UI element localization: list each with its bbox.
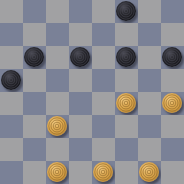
- black-checker-man[interactable]: [70, 47, 90, 67]
- square-1[interactable]: [23, 0, 46, 23]
- square-28[interactable]: [161, 138, 184, 161]
- square-22[interactable]: [46, 115, 69, 138]
- square-r6c4: [92, 138, 115, 161]
- square-18[interactable]: [69, 92, 92, 115]
- square-r6c6: [138, 138, 161, 161]
- square-r1c1: [23, 23, 46, 46]
- checker-rings-icon: [70, 47, 90, 67]
- square-r1c3: [69, 23, 92, 46]
- square-8[interactable]: [138, 23, 161, 46]
- square-4[interactable]: [161, 0, 184, 23]
- checker-rings-icon: [47, 162, 67, 182]
- square-r7c5: [115, 161, 138, 184]
- square-11[interactable]: [115, 46, 138, 69]
- black-checker-man[interactable]: [116, 47, 136, 67]
- square-17[interactable]: [23, 92, 46, 115]
- square-r3c1: [23, 69, 46, 92]
- square-r7c1: [23, 161, 46, 184]
- square-r2c4: [92, 46, 115, 69]
- square-r5c7: [161, 115, 184, 138]
- square-r7c7: [161, 161, 184, 184]
- square-21[interactable]: [0, 115, 23, 138]
- square-14[interactable]: [46, 69, 69, 92]
- square-13[interactable]: [0, 69, 23, 92]
- white-checker-man[interactable]: [162, 93, 182, 113]
- square-24[interactable]: [138, 115, 161, 138]
- square-27[interactable]: [115, 138, 138, 161]
- black-checker-man[interactable]: [116, 1, 136, 21]
- square-7[interactable]: [92, 23, 115, 46]
- checker-rings-icon: [116, 1, 136, 21]
- checker-rings-icon: [24, 47, 44, 67]
- white-checker-man[interactable]: [116, 93, 136, 113]
- white-checker-man[interactable]: [47, 162, 67, 182]
- square-6[interactable]: [46, 23, 69, 46]
- square-r5c3: [69, 115, 92, 138]
- square-r2c0: [0, 46, 23, 69]
- square-20[interactable]: [161, 92, 184, 115]
- checker-rings-icon: [162, 93, 182, 113]
- square-r4c4: [92, 92, 115, 115]
- black-checker-man[interactable]: [162, 47, 182, 67]
- checker-rings-icon: [1, 70, 21, 90]
- square-r5c1: [23, 115, 46, 138]
- black-checker-man[interactable]: [1, 70, 21, 90]
- square-5[interactable]: [0, 23, 23, 46]
- square-15[interactable]: [92, 69, 115, 92]
- square-26[interactable]: [69, 138, 92, 161]
- square-r2c2: [46, 46, 69, 69]
- square-10[interactable]: [69, 46, 92, 69]
- checker-rings-icon: [139, 162, 159, 182]
- square-r6c2: [46, 138, 69, 161]
- square-19[interactable]: [115, 92, 138, 115]
- checker-rings-icon: [162, 47, 182, 67]
- checkers-app: [0, 0, 184, 184]
- square-16[interactable]: [138, 69, 161, 92]
- square-r4c6: [138, 92, 161, 115]
- square-30[interactable]: [46, 161, 69, 184]
- square-r0c6: [138, 0, 161, 23]
- square-25[interactable]: [23, 138, 46, 161]
- square-r6c0: [0, 138, 23, 161]
- square-r4c2: [46, 92, 69, 115]
- square-32[interactable]: [138, 161, 161, 184]
- square-r3c7: [161, 69, 184, 92]
- square-r0c2: [46, 0, 69, 23]
- square-31[interactable]: [92, 161, 115, 184]
- square-r7c3: [69, 161, 92, 184]
- square-r4c0: [0, 92, 23, 115]
- square-29[interactable]: [0, 161, 23, 184]
- black-checker-man[interactable]: [24, 47, 44, 67]
- checker-rings-icon: [47, 116, 67, 136]
- square-r2c6: [138, 46, 161, 69]
- checkers-board: [0, 0, 184, 184]
- square-2[interactable]: [69, 0, 92, 23]
- square-3[interactable]: [115, 0, 138, 23]
- checker-rings-icon: [93, 162, 113, 182]
- square-23[interactable]: [92, 115, 115, 138]
- white-checker-man[interactable]: [139, 162, 159, 182]
- square-12[interactable]: [161, 46, 184, 69]
- square-r5c5: [115, 115, 138, 138]
- square-r0c4: [92, 0, 115, 23]
- square-r3c5: [115, 69, 138, 92]
- checker-rings-icon: [116, 47, 136, 67]
- square-9[interactable]: [23, 46, 46, 69]
- square-r3c3: [69, 69, 92, 92]
- square-r0c0: [0, 0, 23, 23]
- square-r1c5: [115, 23, 138, 46]
- checker-rings-icon: [116, 93, 136, 113]
- white-checker-man[interactable]: [93, 162, 113, 182]
- white-checker-man[interactable]: [47, 116, 67, 136]
- square-r1c7: [161, 23, 184, 46]
